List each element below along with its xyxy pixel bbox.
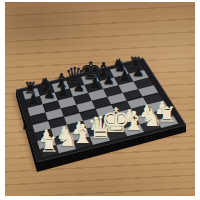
- chess-board: [0, 0, 200, 200]
- product-photo-canvas: ♜♞♝♛♚♝♞♜♟♟♟♟♟♟♟♟♟♟♟♟♟♟♟♟♜♞♝♛♚♝♞♜: [0, 0, 200, 200]
